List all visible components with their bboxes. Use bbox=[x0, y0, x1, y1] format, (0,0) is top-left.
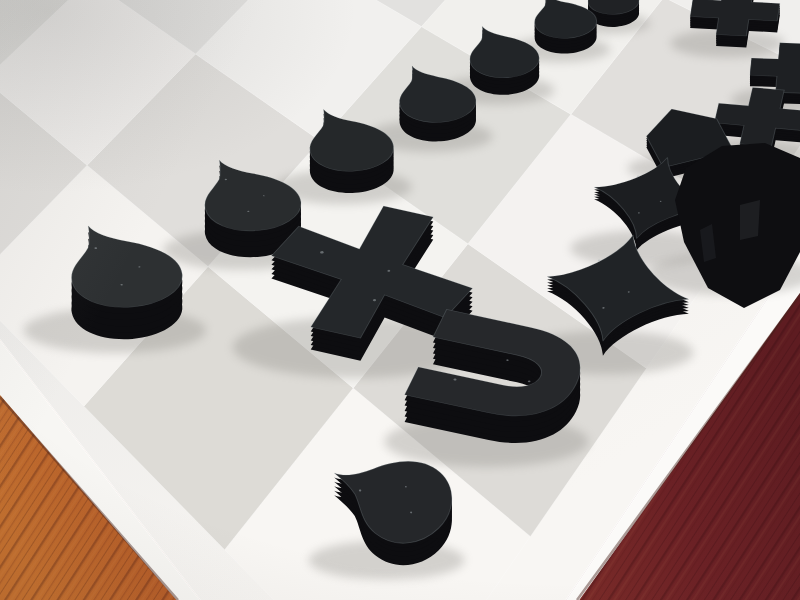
chessboard-photo bbox=[0, 0, 800, 600]
piece-glint bbox=[740, 200, 760, 240]
scene-svg bbox=[0, 0, 800, 600]
